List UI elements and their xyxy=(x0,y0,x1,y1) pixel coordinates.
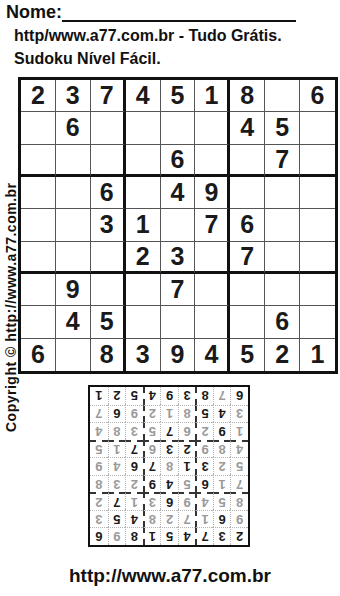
name-label: Nome: xyxy=(6,2,62,23)
puzzle-cell-r9c1[interactable]: 6 xyxy=(21,339,56,371)
solution-cell-r5c4: 1 xyxy=(178,457,196,475)
footer-url: http://www.a77.com.br xyxy=(0,565,340,587)
solution-cell-r2c9: 3 xyxy=(90,510,108,528)
puzzle-cell-r4c4[interactable] xyxy=(126,177,161,209)
puzzle-cell-r6c7[interactable]: 7 xyxy=(230,242,265,274)
puzzle-cell-r6c3[interactable] xyxy=(91,242,126,274)
puzzle-cell-r1c9[interactable]: 6 xyxy=(300,80,335,112)
puzzle-cell-r1c1[interactable]: 2 xyxy=(21,80,56,112)
solution-cell-r1c3: 7 xyxy=(195,527,213,545)
solution-cell-r1c5: 5 xyxy=(160,527,178,545)
solution-cell-r2c6: 8 xyxy=(143,510,161,528)
solution-cell-r5c6: 7 xyxy=(143,457,161,475)
puzzle-cell-r7c1[interactable] xyxy=(21,274,56,306)
solution-cell-r8c2: 4 xyxy=(213,405,231,423)
puzzle-cell-r2c5[interactable] xyxy=(161,112,196,144)
solution-cell-r7c9: 4 xyxy=(90,422,108,440)
solution-cell-r5c8: 4 xyxy=(108,457,126,475)
puzzle-cell-r4c1[interactable] xyxy=(21,177,56,209)
solution-cell-r3c7: 1 xyxy=(125,492,143,510)
puzzle-cell-r8c4[interactable] xyxy=(126,306,161,338)
solution-cell-r6c3: 9 xyxy=(195,440,213,458)
solution-cell-r3c2: 5 xyxy=(213,492,231,510)
puzzle-cell-r2c8[interactable]: 5 xyxy=(265,112,300,144)
puzzle-cell-r1c2[interactable]: 3 xyxy=(56,80,91,112)
solution-cell-r1c6: 1 xyxy=(143,527,161,545)
solution-cell-r8c1: 3 xyxy=(230,405,248,423)
solution-cell-r7c3: 2 xyxy=(195,422,213,440)
puzzle-cell-r2c6[interactable] xyxy=(195,112,230,144)
puzzle-cell-r2c4[interactable] xyxy=(126,112,161,144)
puzzle-cell-r4c2[interactable] xyxy=(56,177,91,209)
solution-cell-r1c7: 8 xyxy=(125,527,143,545)
puzzle-cell-r7c4[interactable] xyxy=(126,274,161,306)
solution-cell-r8c3: 5 xyxy=(195,405,213,423)
puzzle-cell-r9c2[interactable] xyxy=(56,339,91,371)
puzzle-cell-r3c8[interactable]: 7 xyxy=(265,145,300,177)
solution-cell-r9c7: 5 xyxy=(125,387,143,405)
solution-cell-r4c1: 7 xyxy=(230,475,248,493)
puzzle-cell-r3c9[interactable] xyxy=(300,145,335,177)
solution-cell-r9c4: 3 xyxy=(178,387,196,405)
puzzle-cell-r5c2[interactable] xyxy=(56,209,91,241)
puzzle-cell-r5c9[interactable] xyxy=(300,209,335,241)
solution-cell-r4c4: 5 xyxy=(178,475,196,493)
solution-cell-r5c2: 2 xyxy=(213,457,231,475)
puzzle-cell-r7c7[interactable] xyxy=(230,274,265,306)
puzzle-cell-r3c3[interactable] xyxy=(91,145,126,177)
solution-cell-r3c6: 3 xyxy=(143,492,161,510)
puzzle-cell-r5c1[interactable] xyxy=(21,209,56,241)
puzzle-cell-r7c8[interactable] xyxy=(265,274,300,306)
main-sudoku-grid: 237451866456764931762379745668394521 xyxy=(18,77,338,374)
solution-cell-r4c2: 1 xyxy=(213,475,231,493)
solution-cell-r6c2: 8 xyxy=(213,440,231,458)
puzzle-cell-r1c5[interactable]: 5 xyxy=(161,80,196,112)
puzzle-cell-r1c8[interactable] xyxy=(265,80,300,112)
puzzle-cell-r1c4[interactable]: 4 xyxy=(126,80,161,112)
puzzle-cell-r7c5[interactable]: 7 xyxy=(161,274,196,306)
solution-cell-r8c7: 9 xyxy=(125,405,143,423)
solution-cell-r8c5: 1 xyxy=(160,405,178,423)
puzzle-cell-r4c8[interactable] xyxy=(265,177,300,209)
puzzle-cell-r2c2[interactable]: 6 xyxy=(56,112,91,144)
solution-cell-r3c5: 6 xyxy=(160,492,178,510)
puzzle-cell-r6c8[interactable] xyxy=(265,242,300,274)
solution-cell-r8c6: 2 xyxy=(143,405,161,423)
solution-cell-r1c2: 3 xyxy=(213,527,231,545)
puzzle-cell-r7c6[interactable] xyxy=(195,274,230,306)
puzzle-cell-r6c6[interactable] xyxy=(195,242,230,274)
solution-cell-r6c8: 1 xyxy=(108,440,126,458)
solution-cell-r6c4: 2 xyxy=(178,440,196,458)
solution-cell-r6c9: 5 xyxy=(90,440,108,458)
solution-cell-r1c1: 2 xyxy=(230,527,248,545)
puzzle-cell-r9c3[interactable]: 8 xyxy=(91,339,126,371)
solution-cell-r6c1: 4 xyxy=(230,440,248,458)
puzzle-cell-r8c8[interactable]: 6 xyxy=(265,306,300,338)
puzzle-cell-r4c5[interactable]: 4 xyxy=(161,177,196,209)
puzzle-cell-r4c9[interactable] xyxy=(300,177,335,209)
solution-cell-r9c2: 7 xyxy=(213,387,231,405)
solution-cell-r8c8: 6 xyxy=(108,405,126,423)
solution-cell-r2c1: 9 xyxy=(230,510,248,528)
copyright-vertical-text: Copyright © http://www.a77.com.br xyxy=(3,80,19,432)
solution-cell-r7c6: 5 xyxy=(143,422,161,440)
solution-cell-r9c9: 1 xyxy=(90,387,108,405)
solution-cell-r1c8: 9 xyxy=(108,527,126,545)
puzzle-cell-r5c6[interactable]: 7 xyxy=(195,209,230,241)
solution-grid-rotated: 2374518969617284538549631727165492385231… xyxy=(88,385,250,547)
puzzle-cell-r9c8[interactable]: 2 xyxy=(265,339,300,371)
name-underline xyxy=(62,4,296,22)
puzzle-cell-r9c6[interactable]: 4 xyxy=(195,339,230,371)
solution-cell-r9c3: 8 xyxy=(195,387,213,405)
puzzle-cell-r9c5[interactable]: 9 xyxy=(161,339,196,371)
puzzle-cell-r1c6[interactable]: 1 xyxy=(195,80,230,112)
solution-cell-r2c4: 7 xyxy=(178,510,196,528)
solution-cell-r9c1: 6 xyxy=(230,387,248,405)
solution-cell-r8c9: 7 xyxy=(90,405,108,423)
solution-cell-r4c9: 8 xyxy=(90,475,108,493)
solution-cell-r2c2: 6 xyxy=(213,510,231,528)
solution-cell-r7c5: 7 xyxy=(160,422,178,440)
puzzle-cell-r3c6[interactable] xyxy=(195,145,230,177)
puzzle-cell-r2c1[interactable] xyxy=(21,112,56,144)
solution-cell-r6c5: 3 xyxy=(160,440,178,458)
puzzle-cell-r5c3[interactable]: 3 xyxy=(91,209,126,241)
puzzle-cell-r3c7[interactable] xyxy=(230,145,265,177)
solution-cell-r3c9: 2 xyxy=(90,492,108,510)
puzzle-cell-r6c9[interactable] xyxy=(300,242,335,274)
solution-cell-r9c8: 2 xyxy=(108,387,126,405)
solution-cell-r7c8: 8 xyxy=(108,422,126,440)
puzzle-cell-r8c1[interactable] xyxy=(21,306,56,338)
puzzle-cell-r3c4[interactable] xyxy=(126,145,161,177)
solution-cell-r5c3: 3 xyxy=(195,457,213,475)
puzzle-cell-r8c5[interactable] xyxy=(161,306,196,338)
solution-cell-r2c5: 2 xyxy=(160,510,178,528)
solution-cell-r8c4: 8 xyxy=(178,405,196,423)
puzzle-cell-r8c9[interactable] xyxy=(300,306,335,338)
puzzle-cell-r5c4[interactable]: 1 xyxy=(126,209,161,241)
solution-cell-r5c7: 6 xyxy=(125,457,143,475)
solution-cell-r7c1: 1 xyxy=(230,422,248,440)
solution-cell-r4c3: 6 xyxy=(195,475,213,493)
solution-cell-r2c8: 5 xyxy=(108,510,126,528)
puzzle-cell-r3c1[interactable] xyxy=(21,145,56,177)
puzzle-cell-r2c3[interactable] xyxy=(91,112,126,144)
puzzle-cell-r5c8[interactable] xyxy=(265,209,300,241)
puzzle-cell-r6c4[interactable]: 2 xyxy=(126,242,161,274)
puzzle-cell-r5c5[interactable] xyxy=(161,209,196,241)
puzzle-cell-r2c9[interactable] xyxy=(300,112,335,144)
puzzle-cell-r3c5[interactable]: 6 xyxy=(161,145,196,177)
puzzle-cell-r7c2[interactable]: 9 xyxy=(56,274,91,306)
puzzle-cell-r7c9[interactable] xyxy=(300,274,335,306)
solution-cell-r4c7: 2 xyxy=(125,475,143,493)
solution-cell-r1c4: 4 xyxy=(178,527,196,545)
puzzle-cell-r9c9[interactable]: 1 xyxy=(300,339,335,371)
puzzle-cell-r8c7[interactable] xyxy=(230,306,265,338)
site-url-line: http/www.a77.com.br - Tudo Grátis. xyxy=(14,27,282,45)
solution-cell-r7c4: 6 xyxy=(178,422,196,440)
puzzle-cell-r8c6[interactable] xyxy=(195,306,230,338)
puzzle-cell-r6c2[interactable] xyxy=(56,242,91,274)
solution-cell-r5c5: 8 xyxy=(160,457,178,475)
solution-cell-r1c9: 6 xyxy=(90,527,108,545)
solution-cell-r9c5: 9 xyxy=(160,387,178,405)
solution-cell-r2c7: 4 xyxy=(125,510,143,528)
puzzle-title: Sudoku Nível Fácil. xyxy=(14,50,161,68)
solution-cell-r4c8: 3 xyxy=(108,475,126,493)
puzzle-cell-r6c1[interactable] xyxy=(21,242,56,274)
puzzle-cell-r4c7[interactable] xyxy=(230,177,265,209)
puzzle-cell-r8c3[interactable]: 5 xyxy=(91,306,126,338)
puzzle-cell-r6c5[interactable]: 3 xyxy=(161,242,196,274)
puzzle-cell-r8c2[interactable]: 4 xyxy=(56,306,91,338)
solution-cell-r9c6: 4 xyxy=(143,387,161,405)
puzzle-cell-r1c7[interactable]: 8 xyxy=(230,80,265,112)
solution-cell-r4c6: 9 xyxy=(143,475,161,493)
puzzle-cell-r9c4[interactable]: 3 xyxy=(126,339,161,371)
solution-cell-r7c7: 3 xyxy=(125,422,143,440)
solution-cell-r3c8: 7 xyxy=(108,492,126,510)
solution-cell-r5c9: 9 xyxy=(90,457,108,475)
solution-cell-r3c3: 4 xyxy=(195,492,213,510)
solution-cell-r6c7: 7 xyxy=(125,440,143,458)
puzzle-cell-r4c6[interactable]: 9 xyxy=(195,177,230,209)
solution-cell-r3c4: 9 xyxy=(178,492,196,510)
puzzle-cell-r9c7[interactable]: 5 xyxy=(230,339,265,371)
puzzle-cell-r3c2[interactable] xyxy=(56,145,91,177)
solution-cell-r6c6: 6 xyxy=(143,440,161,458)
solution-cell-r3c1: 8 xyxy=(230,492,248,510)
puzzle-cell-r5c7[interactable]: 6 xyxy=(230,209,265,241)
sudoku-worksheet: { "game": "sudoku", "position": { "rows"… xyxy=(0,0,340,596)
puzzle-cell-r2c7[interactable]: 4 xyxy=(230,112,265,144)
puzzle-cell-r4c3[interactable]: 6 xyxy=(91,177,126,209)
puzzle-cell-r7c3[interactable] xyxy=(91,274,126,306)
puzzle-cell-r1c3[interactable]: 7 xyxy=(91,80,126,112)
solution-cell-r7c2: 9 xyxy=(213,422,231,440)
solution-cell-r2c3: 1 xyxy=(195,510,213,528)
solution-cell-r5c1: 5 xyxy=(230,457,248,475)
solution-cell-r4c5: 4 xyxy=(160,475,178,493)
